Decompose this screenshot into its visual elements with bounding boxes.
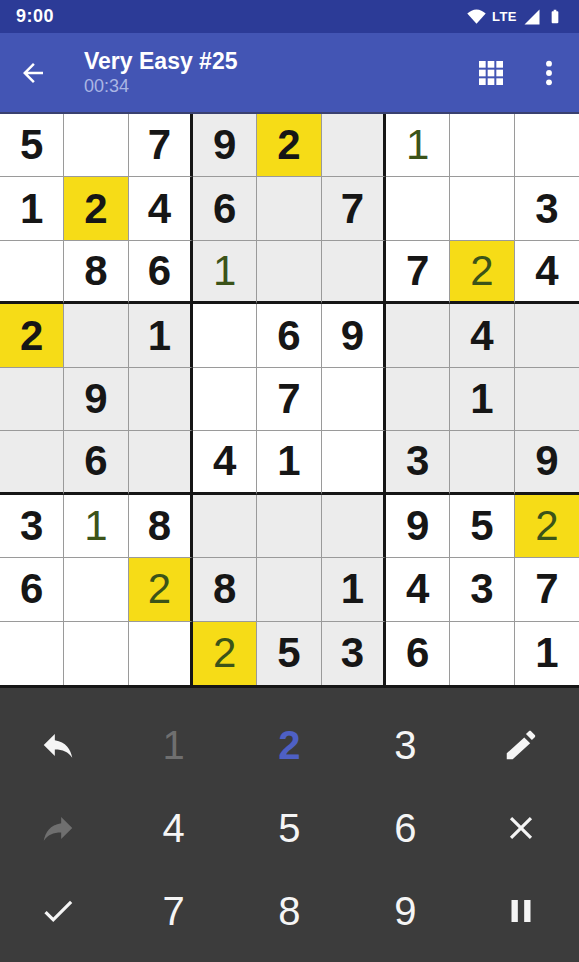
clock: 9:00: [16, 6, 54, 27]
cell-r2c5[interactable]: [257, 177, 321, 240]
cell-r5c3[interactable]: [129, 368, 193, 431]
cell-r4c5[interactable]: 6: [257, 304, 321, 367]
cell-r5c1[interactable]: [0, 368, 64, 431]
cell-r5c6[interactable]: [322, 368, 386, 431]
cell-r9c3[interactable]: [129, 622, 193, 685]
cell-r4c3[interactable]: 1: [129, 304, 193, 367]
cell-r5c4[interactable]: [193, 368, 257, 431]
cell-r6c6[interactable]: [322, 431, 386, 494]
cell-r1c9[interactable]: [515, 114, 579, 177]
keypad-4-button[interactable]: 4: [134, 796, 214, 860]
cell-r7c2[interactable]: 1: [64, 495, 128, 558]
cell-r6c3[interactable]: [129, 431, 193, 494]
cell-r3c4[interactable]: 1: [193, 241, 257, 304]
cell-r1c7[interactable]: 1: [386, 114, 450, 177]
redo-icon: [39, 809, 77, 847]
pencil-icon: [502, 726, 540, 764]
sudoku-board: 5792112467386172421694971641393189526281…: [0, 112, 579, 688]
keypad-3-button[interactable]: 3: [365, 713, 445, 777]
cell-r6c2[interactable]: 6: [64, 431, 128, 494]
keypad-8-button[interactable]: 8: [249, 879, 329, 943]
cell-r2c7[interactable]: [386, 177, 450, 240]
cell-r2c4[interactable]: 6: [193, 177, 257, 240]
keypad-1-button: 1: [134, 713, 214, 777]
network-type-label: LTE: [492, 9, 517, 24]
check-button[interactable]: [18, 879, 98, 943]
cell-r2c6[interactable]: 7: [322, 177, 386, 240]
cell-r7c9[interactable]: 2: [515, 495, 579, 558]
cell-r3c3[interactable]: 6: [129, 241, 193, 304]
new-puzzle-button[interactable]: [475, 57, 507, 89]
cell-r5c9[interactable]: [515, 368, 579, 431]
cell-r8c7[interactable]: 4: [386, 558, 450, 621]
cell-r8c2[interactable]: [64, 558, 128, 621]
cell-r7c1[interactable]: 3: [0, 495, 64, 558]
wifi-icon: [467, 7, 486, 26]
cell-r3c9[interactable]: 4: [515, 241, 579, 304]
check-icon: [39, 892, 77, 930]
cell-r3c2[interactable]: 8: [64, 241, 128, 304]
cell-r8c1[interactable]: 6: [0, 558, 64, 621]
cell-r9c2[interactable]: [64, 622, 128, 685]
arrow-back-icon: [18, 58, 48, 88]
cell-r1c3[interactable]: 7: [129, 114, 193, 177]
cell-r9c1[interactable]: [0, 622, 64, 685]
undo-button[interactable]: [18, 713, 98, 777]
cell-r6c8[interactable]: [450, 431, 514, 494]
cell-r6c5[interactable]: 1: [257, 431, 321, 494]
close-icon: [502, 809, 540, 847]
cell-r4c6[interactable]: 9: [322, 304, 386, 367]
cell-r7c7[interactable]: 9: [386, 495, 450, 558]
title-block: Very Easy #25 00:34: [84, 48, 237, 97]
cell-r6c1[interactable]: [0, 431, 64, 494]
cell-r1c4[interactable]: 9: [193, 114, 257, 177]
cell-r4c4[interactable]: [193, 304, 257, 367]
pause-button[interactable]: [481, 879, 561, 943]
cell-r9c4[interactable]: 2: [193, 622, 257, 685]
cell-r9c5[interactable]: 5: [257, 622, 321, 685]
cell-r4c8[interactable]: 4: [450, 304, 514, 367]
cell-r7c8[interactable]: 5: [450, 495, 514, 558]
cell-r4c1[interactable]: 2: [0, 304, 64, 367]
keypad-7-button[interactable]: 7: [134, 879, 214, 943]
cell-r8c3[interactable]: 2: [129, 558, 193, 621]
cell-r3c6[interactable]: [322, 241, 386, 304]
status-icons: LTE: [467, 7, 563, 26]
cell-r8c6[interactable]: 1: [322, 558, 386, 621]
cell-r8c9[interactable]: 7: [515, 558, 579, 621]
signal-strength-icon: [523, 8, 541, 26]
keypad-2-button[interactable]: 2: [249, 713, 329, 777]
pause-icon: [502, 892, 540, 930]
cell-r3c5[interactable]: [257, 241, 321, 304]
cell-r5c5[interactable]: 7: [257, 368, 321, 431]
cell-r8c4[interactable]: 8: [193, 558, 257, 621]
cell-r5c8[interactable]: 1: [450, 368, 514, 431]
cell-r2c3[interactable]: 4: [129, 177, 193, 240]
cell-r8c8[interactable]: 3: [450, 558, 514, 621]
cell-r8c5[interactable]: [257, 558, 321, 621]
keypad-6-button[interactable]: 6: [365, 796, 445, 860]
cell-r3c7[interactable]: 7: [386, 241, 450, 304]
page-title: Very Easy #25: [84, 48, 237, 74]
back-button[interactable]: [18, 58, 48, 88]
cell-r5c7[interactable]: [386, 368, 450, 431]
cell-r4c2[interactable]: [64, 304, 128, 367]
cell-r4c9[interactable]: [515, 304, 579, 367]
timer: 00:34: [84, 76, 237, 97]
cell-r2c1[interactable]: 1: [0, 177, 64, 240]
cell-r2c9[interactable]: 3: [515, 177, 579, 240]
cell-r9c6[interactable]: 3: [322, 622, 386, 685]
more-vert-icon: [533, 57, 565, 89]
cell-r1c2[interactable]: [64, 114, 128, 177]
cell-r1c6[interactable]: [322, 114, 386, 177]
keypad: 123456789: [0, 688, 579, 962]
erase-button[interactable]: [481, 796, 561, 860]
cell-r7c6[interactable]: [322, 495, 386, 558]
overflow-menu-button[interactable]: [533, 57, 565, 89]
keypad-5-button[interactable]: 5: [249, 796, 329, 860]
status-bar: 9:00 LTE: [0, 0, 579, 33]
cell-r5c2[interactable]: 9: [64, 368, 128, 431]
cell-r9c9[interactable]: 1: [515, 622, 579, 685]
keypad-9-button[interactable]: 9: [365, 879, 445, 943]
redo-button: [18, 796, 98, 860]
cell-r6c7[interactable]: 3: [386, 431, 450, 494]
cell-r7c3[interactable]: 8: [129, 495, 193, 558]
cell-r2c8[interactable]: [450, 177, 514, 240]
cell-r1c8[interactable]: [450, 114, 514, 177]
cell-r3c1[interactable]: [0, 241, 64, 304]
cell-r3c8[interactable]: 2: [450, 241, 514, 304]
cell-r9c8[interactable]: [450, 622, 514, 685]
battery-icon: [547, 7, 563, 26]
cell-r1c1[interactable]: 5: [0, 114, 64, 177]
cell-r7c5[interactable]: [257, 495, 321, 558]
cell-r6c4[interactable]: 4: [193, 431, 257, 494]
undo-icon: [39, 726, 77, 764]
cell-r7c4[interactable]: [193, 495, 257, 558]
cell-r4c7[interactable]: [386, 304, 450, 367]
cell-r6c9[interactable]: 9: [515, 431, 579, 494]
grid-icon: [475, 57, 507, 89]
sudoku-app: 9:00 LTE Very Easy #25 00:34 57921124673…: [0, 0, 579, 962]
cell-r1c5[interactable]: 2: [257, 114, 321, 177]
app-bar: Very Easy #25 00:34: [0, 33, 579, 112]
pencil-button[interactable]: [481, 713, 561, 777]
cell-r2c2[interactable]: 2: [64, 177, 128, 240]
cell-r9c7[interactable]: 6: [386, 622, 450, 685]
